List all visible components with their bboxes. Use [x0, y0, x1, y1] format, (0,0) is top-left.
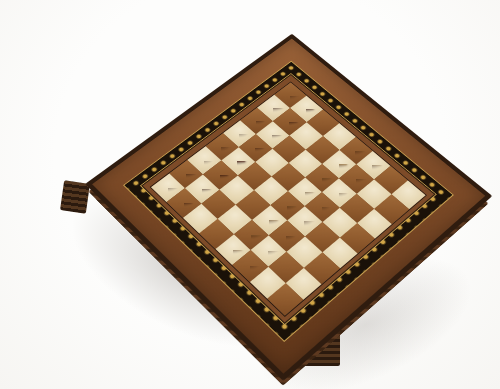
square-h7: ♟ [167, 188, 201, 217]
black-pawn: ♟ [172, 180, 195, 206]
photo-canvas: ♜♟♟♜♞♟♟♞♝♟♟♝♛♟♟♛♚♟♟♚♝♟♟♝♞♟♟♞♜♟♟♜ [0, 0, 500, 389]
white-rook: ♜ [236, 239, 263, 269]
board-squares: ♜♟♟♜♞♟♟♞♝♟♟♝♛♟♟♛♚♟♟♚♝♟♟♝♞♟♟♞♜♟♟♜ [150, 81, 427, 316]
board-photo-scene: ♜♟♟♜♞♟♟♞♝♟♟♝♛♟♟♛♚♟♟♚♝♟♟♝♞♟♟♞♜♟♟♜ [0, 0, 500, 389]
board-frame: ♜♟♟♜♞♟♟♞♝♟♟♝♛♟♟♛♚♟♟♚♝♟♟♝♞♟♟♞♜♟♟♜ [85, 34, 492, 381]
inlay-border: ♜♟♟♜♞♟♟♞♝♟♟♝♛♟♟♛♚♟♟♚♝♟♟♝♞♟♟♞♜♟♟♜ [123, 61, 454, 342]
square-b2 [357, 179, 391, 208]
square-b1 [374, 194, 409, 224]
chess-board: ♜♟♟♜♞♟♟♞♝♟♟♝♛♟♟♛♚♟♟♚♝♟♟♝♞♟♟♞♜♟♟♜ [85, 34, 492, 381]
